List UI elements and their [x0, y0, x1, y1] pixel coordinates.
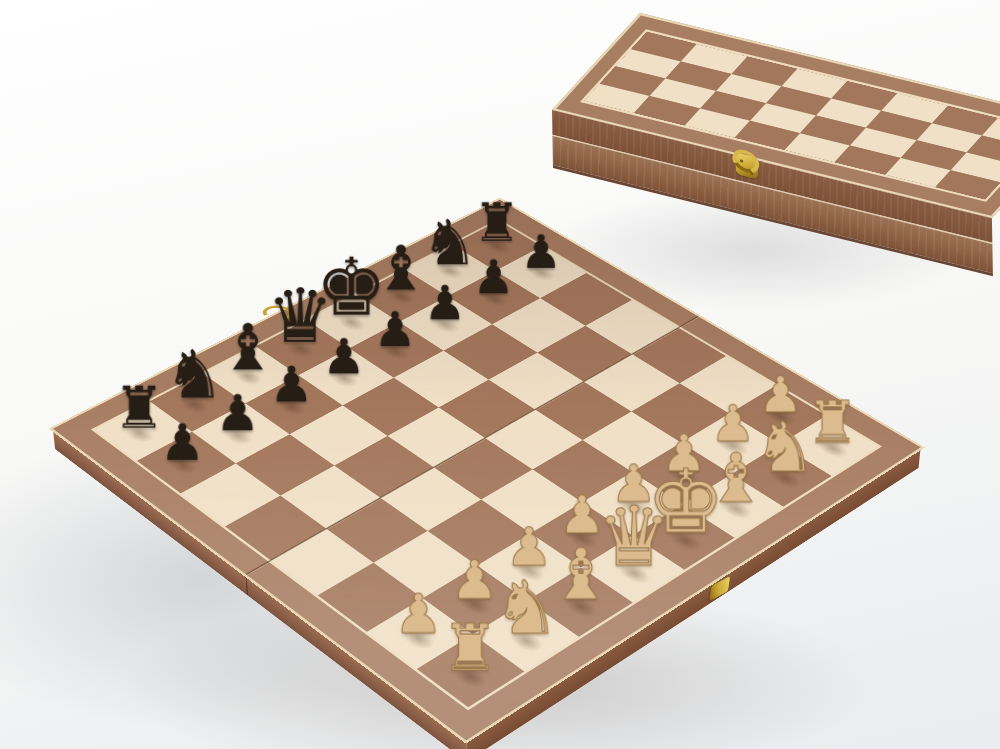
- pawn-glyph: ♟: [394, 587, 443, 641]
- pawn-glyph: ♟: [270, 360, 314, 409]
- rook-glyph: ♜: [473, 196, 521, 249]
- bishop-glyph: ♝: [219, 316, 277, 380]
- pieces-layer: ♜♞♝♛♚♝♞♜♟♟♟♟♟♟♟♟♟♟♟♟♟♟♟♟♜♞♝♛♚♝♞♜: [53, 200, 921, 741]
- product-photo: { "game": "chess", "scene_description": …: [0, 0, 1000, 749]
- pawn-glyph: ♟: [424, 279, 467, 326]
- knight-glyph: ♞: [493, 571, 559, 645]
- rook-glyph: ♜: [113, 379, 165, 437]
- pawn-glyph: ♟: [374, 306, 417, 354]
- pawn-glyph: ♟: [215, 388, 260, 438]
- board-scene: ♜♞♝♛♚♝♞♜♟♟♟♟♟♟♟♟♟♟♟♟♟♟♟♟♜♞♝♛♚♝♞♜: [175, 128, 795, 748]
- pawn-glyph: ♟: [160, 417, 205, 468]
- rook-glyph: ♜: [441, 616, 499, 680]
- edge-fold-seam: [246, 576, 249, 596]
- pawn-glyph: ♟: [322, 333, 366, 382]
- pawn-glyph: ♟: [451, 553, 499, 607]
- knight-glyph: ♞: [421, 212, 477, 275]
- chess-board: ♜♞♝♛♚♝♞♜♟♟♟♟♟♟♟♟♟♟♟♟♟♟♟♟♜♞♝♛♚♝♞♜: [49, 198, 925, 744]
- pawn-glyph: ♟: [520, 229, 562, 275]
- pawn-glyph: ♟: [473, 254, 515, 301]
